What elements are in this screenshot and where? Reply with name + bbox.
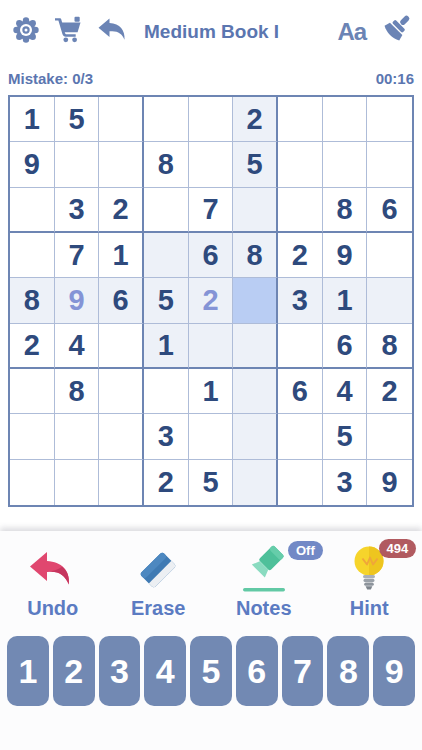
cell-r1c2[interactable]: 5 (55, 97, 100, 142)
numpad-1[interactable]: 1 (7, 636, 49, 706)
notes-off-badge: Off (288, 541, 323, 560)
cell-r9c4[interactable]: 2 (144, 460, 189, 505)
cell-r7c9[interactable]: 2 (367, 369, 412, 414)
cell-r5c4[interactable]: 5 (144, 278, 189, 323)
numpad-7[interactable]: 7 (282, 636, 324, 706)
erase-button[interactable]: Erase (106, 544, 212, 620)
cell-r2c4[interactable]: 8 (144, 142, 189, 187)
cell-r9c8[interactable]: 3 (323, 460, 368, 505)
cell-r1c8[interactable] (323, 97, 368, 142)
numpad-3[interactable]: 3 (99, 636, 141, 706)
cell-r2c1[interactable]: 9 (10, 142, 55, 187)
cell-r3c9[interactable]: 6 (367, 188, 412, 233)
cell-r1c4[interactable] (144, 97, 189, 142)
cell-r7c5[interactable]: 1 (189, 369, 234, 414)
cell-r5c9[interactable] (367, 278, 412, 323)
cell-r8c6[interactable] (233, 414, 278, 459)
hint-button[interactable]: 494 Hint (317, 544, 422, 620)
cell-r5c2[interactable]: 9 (55, 278, 100, 323)
hint-count-badge: 494 (379, 539, 417, 558)
cell-r2c7[interactable] (278, 142, 323, 187)
shop-cart-icon[interactable] (53, 16, 83, 48)
notes-button[interactable]: Off Notes (211, 544, 317, 620)
cell-r5c5[interactable]: 2 (189, 278, 234, 323)
undo-button[interactable]: Undo (0, 544, 106, 620)
numpad-5[interactable]: 5 (190, 636, 232, 706)
cell-r4c6[interactable]: 8 (233, 233, 278, 278)
cell-r8c1[interactable] (10, 414, 55, 459)
cell-r8c4[interactable]: 3 (144, 414, 189, 459)
hint-label: Hint (350, 597, 389, 620)
cell-r1c6[interactable]: 2 (233, 97, 278, 142)
erase-label: Erase (131, 597, 186, 620)
cell-r4c4[interactable] (144, 233, 189, 278)
cell-r6c2[interactable]: 4 (55, 324, 100, 369)
cell-r8c8[interactable]: 5 (323, 414, 368, 459)
cell-r6c5[interactable] (189, 324, 234, 369)
numpad-4[interactable]: 4 (144, 636, 186, 706)
cell-r2c3[interactable] (99, 142, 144, 187)
cell-r5c3[interactable]: 6 (99, 278, 144, 323)
header-left-icons (12, 16, 144, 48)
cell-r2c6[interactable]: 5 (233, 142, 278, 187)
cell-r7c4[interactable] (144, 369, 189, 414)
header: Medium Book I Aa (0, 0, 422, 50)
cell-r3c3[interactable]: 2 (99, 188, 144, 233)
cell-r5c7[interactable]: 3 (278, 278, 323, 323)
cell-r7c3[interactable] (99, 369, 144, 414)
cell-r6c6[interactable] (233, 324, 278, 369)
back-icon[interactable] (96, 16, 128, 48)
cell-r3c7[interactable] (278, 188, 323, 233)
cell-r2c2[interactable] (55, 142, 100, 187)
cell-r3c6[interactable] (233, 188, 278, 233)
toolbar: Undo Erase (0, 531, 422, 620)
cell-r4c2[interactable]: 7 (55, 233, 100, 278)
notes-label: Notes (236, 597, 292, 620)
cell-r4c5[interactable]: 6 (189, 233, 234, 278)
cell-r6c9[interactable]: 8 (367, 324, 412, 369)
numpad-9[interactable]: 9 (373, 636, 415, 706)
cell-r4c7[interactable]: 2 (278, 233, 323, 278)
cell-r7c7[interactable]: 6 (278, 369, 323, 414)
hint-bulb-icon: 494 (348, 544, 390, 594)
theme-brush-icon[interactable] (379, 14, 411, 50)
cell-r6c1[interactable]: 2 (10, 324, 55, 369)
cell-r8c7[interactable] (278, 414, 323, 459)
sudoku-grid: 1529853278671682989652312416881642352539 (8, 95, 414, 507)
cell-r5c8[interactable]: 1 (323, 278, 368, 323)
cell-r2c5[interactable] (189, 142, 234, 187)
cell-r9c7[interactable] (278, 460, 323, 505)
cell-r8c3[interactable] (99, 414, 144, 459)
cell-r4c1[interactable] (10, 233, 55, 278)
cell-r2c8[interactable] (323, 142, 368, 187)
cell-r6c3[interactable] (99, 324, 144, 369)
cell-r7c2[interactable]: 8 (55, 369, 100, 414)
font-size-icon[interactable]: Aa (337, 20, 366, 44)
cell-r5c6[interactable] (233, 278, 278, 323)
cell-r1c5[interactable] (189, 97, 234, 142)
cell-r6c7[interactable] (278, 324, 323, 369)
numpad-8[interactable]: 8 (327, 636, 369, 706)
cell-r7c8[interactable]: 4 (323, 369, 368, 414)
cell-r9c6[interactable] (233, 460, 278, 505)
cell-r3c8[interactable]: 8 (323, 188, 368, 233)
cell-r6c8[interactable]: 6 (323, 324, 368, 369)
eraser-icon (133, 544, 183, 594)
cell-r4c8[interactable]: 9 (323, 233, 368, 278)
cell-r3c4[interactable] (144, 188, 189, 233)
cell-r8c9[interactable] (367, 414, 412, 459)
cell-r3c5[interactable]: 7 (189, 188, 234, 233)
bottom-panel: Undo Erase (0, 531, 422, 750)
status-row: Mistake: 0/3 00:16 (0, 50, 422, 95)
numpad: 123456789 (0, 636, 422, 706)
notes-marker-icon: Off (235, 544, 293, 594)
cell-r1c1[interactable]: 1 (10, 97, 55, 142)
page-title: Medium Book I (144, 21, 279, 43)
cell-r9c2[interactable] (55, 460, 100, 505)
cell-r6c4[interactable]: 1 (144, 324, 189, 369)
cell-r9c1[interactable] (10, 460, 55, 505)
cell-r1c9[interactable] (367, 97, 412, 142)
cell-r3c1[interactable] (10, 188, 55, 233)
numpad-2[interactable]: 2 (53, 636, 95, 706)
cell-r9c9[interactable]: 9 (367, 460, 412, 505)
cell-r1c3[interactable] (99, 97, 144, 142)
mistake-counter: Mistake: 0/3 (8, 70, 93, 87)
cell-r9c5[interactable]: 5 (189, 460, 234, 505)
cell-r5c1[interactable]: 8 (10, 278, 55, 323)
cell-r8c5[interactable] (189, 414, 234, 459)
numpad-6[interactable]: 6 (236, 636, 278, 706)
cell-r4c9[interactable] (367, 233, 412, 278)
undo-icon (27, 544, 79, 594)
undo-label: Undo (27, 597, 78, 620)
cell-r8c2[interactable] (55, 414, 100, 459)
cell-r7c6[interactable] (233, 369, 278, 414)
cell-r1c7[interactable] (278, 97, 323, 142)
cell-r9c3[interactable] (99, 460, 144, 505)
cell-r4c3[interactable]: 1 (99, 233, 144, 278)
timer: 00:16 (376, 70, 414, 87)
header-right-icons: Aa (279, 14, 411, 50)
cell-r3c2[interactable]: 3 (55, 188, 100, 233)
cell-r7c1[interactable] (10, 369, 55, 414)
settings-gear-icon[interactable] (12, 16, 40, 48)
cell-r2c9[interactable] (367, 142, 412, 187)
